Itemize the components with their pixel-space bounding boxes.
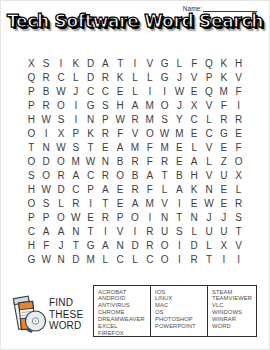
grid-cell[interactable]: A — [142, 168, 157, 182]
grid-cell[interactable]: L — [98, 252, 113, 266]
grid-cell[interactable]: E — [113, 196, 128, 210]
grid-cell[interactable]: R — [98, 70, 113, 84]
grid-cell[interactable]: E — [113, 182, 128, 196]
grid-cell[interactable]: W — [83, 154, 98, 168]
grid-cell[interactable]: I — [142, 84, 157, 98]
grid-cell[interactable]: M — [172, 126, 187, 140]
grid-cell[interactable]: R — [98, 168, 113, 182]
grid-cell[interactable]: E — [98, 140, 113, 154]
grid-cell[interactable]: N — [39, 140, 54, 154]
grid-cell[interactable]: E — [83, 210, 98, 224]
grid-cell[interactable]: V — [187, 70, 202, 84]
grid-cell[interactable]: K — [216, 56, 231, 70]
grid-cell[interactable]: V — [202, 98, 217, 112]
grid-cell[interactable]: S — [172, 224, 187, 238]
grid-cell[interactable]: K — [113, 70, 128, 84]
grid-cell[interactable]: L — [68, 70, 83, 84]
grid-cell[interactable]: P — [202, 70, 217, 84]
grid-cell[interactable]: V — [202, 140, 217, 154]
grid-cell[interactable]: R — [231, 196, 246, 210]
word-bank-item: WORD — [212, 323, 254, 330]
grid-cell[interactable]: U — [216, 224, 231, 238]
grid-cell[interactable]: Z — [216, 154, 231, 168]
grid-cell[interactable]: M — [128, 140, 143, 154]
grid-cell[interactable]: I — [39, 126, 54, 140]
grid-cell[interactable]: C — [202, 126, 217, 140]
grid-cell[interactable]: N — [187, 210, 202, 224]
find-label-line3: WORD — [49, 320, 91, 332]
grid-cell[interactable]: G — [24, 252, 39, 266]
grid-cell[interactable]: N — [157, 210, 172, 224]
grid-cell[interactable]: N — [83, 112, 98, 126]
grid-cell[interactable]: W — [157, 126, 172, 140]
grid-cell[interactable]: E — [216, 182, 231, 196]
grid-cell[interactable]: R — [187, 252, 202, 266]
grid-cell[interactable]: A — [98, 182, 113, 196]
grid-cell[interactable]: O — [24, 126, 39, 140]
grid-cell[interactable]: I — [83, 196, 98, 210]
grid-cell[interactable]: R — [98, 126, 113, 140]
grid-cell[interactable]: N — [113, 238, 128, 252]
grid-cell[interactable]: K — [68, 56, 83, 70]
grid-cell[interactable]: M — [157, 140, 172, 154]
grid-cell[interactable]: L — [231, 182, 246, 196]
grid-cell[interactable]: T — [68, 238, 83, 252]
grid-cell[interactable]: O — [54, 210, 69, 224]
grid-cell[interactable]: J — [68, 84, 83, 98]
software-box-cd-icon — [11, 293, 47, 337]
grid-cell[interactable]: O — [24, 196, 39, 210]
grid-cell[interactable]: D — [83, 70, 98, 84]
grid-cell[interactable]: V — [231, 238, 246, 252]
word-bank-item: ACROBAT — [98, 289, 148, 296]
grid-cell[interactable]: X — [231, 168, 246, 182]
grid-cell[interactable]: S — [39, 56, 54, 70]
grid-cell[interactable]: J — [216, 210, 231, 224]
grid-cell[interactable]: S — [157, 112, 172, 126]
grid-cell[interactable]: S — [68, 140, 83, 154]
grid-cell[interactable]: R — [157, 154, 172, 168]
word-bank-item: TEAMVIEWER — [212, 295, 254, 302]
grid-cell[interactable]: L — [157, 182, 172, 196]
grid-cell[interactable]: F — [231, 140, 246, 154]
grid-cell[interactable]: L — [202, 154, 217, 168]
word-bank-item: DREAMWEAVER — [98, 316, 148, 323]
grid-cell[interactable]: W — [39, 252, 54, 266]
grid-cell[interactable]: F — [187, 56, 202, 70]
grid-cell[interactable]: H — [24, 182, 39, 196]
grid-cell[interactable]: O — [157, 252, 172, 266]
find-label-line2: THESE — [49, 309, 91, 321]
word-bank-item: VLC — [212, 302, 254, 309]
grid-cell[interactable]: M — [142, 196, 157, 210]
grid-cell[interactable]: E — [216, 140, 231, 154]
grid-cell[interactable]: C — [113, 252, 128, 266]
word-bank-item: ANTIVIRUS — [98, 302, 148, 309]
word-bank: ACROBATANDROIDANTIVIRUSCHROMEDREAMWEAVER… — [93, 285, 257, 337]
grid-cell[interactable]: D — [54, 182, 69, 196]
grid-cell[interactable]: V — [113, 224, 128, 238]
grid-cell[interactable]: L — [172, 56, 187, 70]
grid-cell[interactable]: D — [68, 252, 83, 266]
grid-cell[interactable]: T — [24, 140, 39, 154]
grid-cell[interactable]: F — [142, 140, 157, 154]
grid-cell[interactable]: P — [39, 210, 54, 224]
word-bank-item: EXCEL — [98, 323, 148, 330]
grid-cell[interactable]: F — [216, 98, 231, 112]
grid-cell[interactable]: D — [39, 154, 54, 168]
grid-cell[interactable]: A — [98, 238, 113, 252]
grid-cell[interactable]: W — [202, 196, 217, 210]
grid-cell[interactable]: O — [157, 238, 172, 252]
grid-cell[interactable]: M — [83, 252, 98, 266]
grid-cell[interactable]: L — [187, 224, 202, 238]
grid-cell[interactable]: R — [128, 182, 143, 196]
grid-cell[interactable]: V — [128, 126, 143, 140]
grid-cell[interactable]: H — [113, 98, 128, 112]
grid-cell[interactable]: L — [187, 140, 202, 154]
grid-cell[interactable]: I — [68, 112, 83, 126]
grid-cell[interactable]: P — [24, 98, 39, 112]
grid-cell[interactable]: B — [39, 84, 54, 98]
grid-cell[interactable]: R — [128, 154, 143, 168]
grid-cell[interactable]: R — [142, 224, 157, 238]
grid-cell[interactable]: T — [172, 210, 187, 224]
grid-cell[interactable]: G — [157, 70, 172, 84]
grid-cell[interactable]: R — [231, 112, 246, 126]
grid-cell[interactable]: T — [83, 140, 98, 154]
grid-cell[interactable]: T — [202, 252, 217, 266]
grid-cell[interactable]: A — [172, 182, 187, 196]
word-bank-item: WINDOWS — [212, 309, 254, 316]
grid-cell[interactable]: T — [231, 224, 246, 238]
grid-cell[interactable]: P — [68, 126, 83, 140]
word-bank-item: MAC — [155, 302, 205, 309]
grid-cell[interactable]: M — [216, 84, 231, 98]
grid-cell[interactable]: Q — [202, 84, 217, 98]
grid-cell[interactable]: O — [157, 98, 172, 112]
grid-cell[interactable]: S — [24, 168, 39, 182]
word-bank-item: CHROME — [98, 309, 148, 316]
grid-cell[interactable]: O — [54, 154, 69, 168]
grid-cell[interactable]: D — [83, 56, 98, 70]
grid-cell[interactable]: N — [202, 182, 217, 196]
grid-cell[interactable]: K — [83, 126, 98, 140]
grid-cell[interactable]: F — [39, 238, 54, 252]
grid-cell[interactable]: B — [113, 154, 128, 168]
grid-cell[interactable]: K — [187, 182, 202, 196]
grid-cell[interactable]: S — [98, 98, 113, 112]
grid-cell[interactable]: S — [54, 112, 69, 126]
find-these-words-label: FIND THESE WORD — [49, 297, 91, 332]
grid-cell[interactable]: E — [113, 84, 128, 98]
grid-cell[interactable]: A — [39, 224, 54, 238]
grid-cell[interactable]: G — [83, 238, 98, 252]
grid-cell[interactable]: S — [39, 196, 54, 210]
grid-cell[interactable]: W — [39, 182, 54, 196]
grid-cell[interactable]: T — [98, 196, 113, 210]
word-bank-column-1: ACROBATANDROIDANTIVIRUSCHROMEDREAMWEAVER… — [94, 286, 151, 336]
grid-cell[interactable]: S — [231, 210, 246, 224]
word-bank-item: LINUX — [155, 295, 205, 302]
word-search-grid: XSIKDATIVGLFQKHQRCLDRKLLGJVPKVPBWJCCELII… — [24, 56, 246, 266]
grid-cell[interactable]: G — [83, 98, 98, 112]
word-bank-item: FIREFOX — [98, 330, 148, 337]
grid-cell[interactable]: O — [128, 210, 143, 224]
grid-cell[interactable]: H — [24, 238, 39, 252]
grid-cell[interactable]: V — [231, 70, 246, 84]
grid-cell[interactable]: C — [83, 168, 98, 182]
grid-cell[interactable]: A — [128, 196, 143, 210]
grid-cell[interactable]: W — [113, 112, 128, 126]
grid-cell[interactable]: L — [128, 252, 143, 266]
grid-cell[interactable]: L — [202, 238, 217, 252]
grid-cell[interactable]: I — [142, 210, 157, 224]
page-title: Tech Software Word Search — [0, 11, 270, 31]
grid-cell[interactable]: X — [24, 56, 39, 70]
grid-cell[interactable]: I — [157, 84, 172, 98]
grid-cell[interactable]: V — [202, 168, 217, 182]
word-bank-item: OS — [155, 309, 205, 316]
grid-cell[interactable]: I — [172, 252, 187, 266]
grid-cell[interactable]: A — [113, 140, 128, 154]
grid-cell[interactable]: A — [187, 154, 202, 168]
grid-cell[interactable]: P — [83, 182, 98, 196]
word-bank-item: STEAM — [212, 289, 254, 296]
grid-cell[interactable]: F — [142, 154, 157, 168]
grid-cell[interactable]: R — [54, 168, 69, 182]
grid-cell[interactable]: C — [24, 224, 39, 238]
grid-cell[interactable]: W — [172, 84, 187, 98]
grid-cell[interactable]: I — [98, 224, 113, 238]
grid-cell[interactable]: I — [128, 56, 143, 70]
grid-cell[interactable]: I — [68, 98, 83, 112]
grid-cell[interactable]: T — [157, 168, 172, 182]
grid-cell[interactable]: H — [187, 168, 202, 182]
grid-cell[interactable]: H — [24, 112, 39, 126]
word-bank-item: IOS — [155, 289, 205, 296]
grid-cell[interactable]: M — [68, 154, 83, 168]
grid-cell[interactable]: E — [187, 196, 202, 210]
grid-cell[interactable]: Y — [172, 112, 187, 126]
word-bank-item: WINRAR — [212, 316, 254, 323]
grid-cell[interactable]: E — [187, 84, 202, 98]
grid-cell[interactable]: W — [39, 112, 54, 126]
grid-cell[interactable]: C — [187, 112, 202, 126]
grid-cell[interactable]: C — [83, 84, 98, 98]
grid-cell[interactable]: R — [128, 112, 143, 126]
grid-cell[interactable]: T — [83, 224, 98, 238]
grid-cell[interactable]: M — [142, 98, 157, 112]
grid-cell[interactable]: P — [24, 84, 39, 98]
word-bank-column-3: STEAMTEAMVIEWERVLCWINDOWSWINRARWORD — [208, 286, 256, 336]
grid-cell[interactable]: N — [68, 224, 83, 238]
grid-cell[interactable]: X — [216, 238, 231, 252]
grid-cell[interactable]: E — [216, 196, 231, 210]
grid-cell[interactable]: J — [172, 70, 187, 84]
grid-cell[interactable]: D — [187, 238, 202, 252]
grid-cell[interactable]: I — [172, 238, 187, 252]
grid-cell[interactable]: I — [231, 98, 246, 112]
grid-cell[interactable]: I — [128, 224, 143, 238]
grid-cell[interactable]: T — [113, 56, 128, 70]
grid-cell[interactable]: I — [172, 196, 187, 210]
grid-cell[interactable]: W — [68, 210, 83, 224]
grid-cell[interactable]: A — [128, 98, 143, 112]
grid-cell[interactable]: F — [113, 126, 128, 140]
grid-cell[interactable]: O — [39, 168, 54, 182]
grid-cell[interactable]: E — [172, 140, 187, 154]
find-label-line1: FIND — [49, 297, 91, 309]
grid-cell[interactable]: K — [216, 70, 231, 84]
grid-cell[interactable]: L — [202, 112, 217, 126]
grid-cell[interactable]: O — [24, 154, 39, 168]
grid-cell[interactable]: R — [142, 238, 157, 252]
grid-cell[interactable]: R — [68, 196, 83, 210]
grid-cell[interactable]: F — [231, 84, 246, 98]
grid-cell[interactable]: A — [98, 56, 113, 70]
grid-cell[interactable]: E — [231, 126, 246, 140]
grid-cell[interactable]: O — [231, 154, 246, 168]
grid-cell[interactable]: D — [128, 238, 143, 252]
grid-cell[interactable]: R — [216, 112, 231, 126]
grid-cell[interactable]: C — [54, 70, 69, 84]
grid-cell[interactable]: Q — [24, 70, 39, 84]
grid-cell[interactable]: N — [54, 252, 69, 266]
grid-cell[interactable]: O — [142, 126, 157, 140]
grid-cell[interactable]: F — [142, 182, 157, 196]
grid-cell[interactable]: A — [54, 224, 69, 238]
word-bank-item: PHOTOSHOP — [155, 316, 205, 323]
grid-cell[interactable]: L — [128, 84, 143, 98]
grid-cell[interactable]: L — [142, 70, 157, 84]
grid-cell[interactable]: P — [98, 112, 113, 126]
grid-cell[interactable]: C — [68, 182, 83, 196]
grid-cell[interactable]: M — [142, 112, 157, 126]
grid-cell[interactable]: X — [187, 98, 202, 112]
grid-cell[interactable]: O — [113, 168, 128, 182]
grid-cell[interactable]: J — [172, 98, 187, 112]
grid-cell[interactable]: L — [128, 70, 143, 84]
grid-cell[interactable]: R — [98, 210, 113, 224]
grid-cell[interactable]: J — [54, 238, 69, 252]
grid-cell[interactable]: P — [113, 210, 128, 224]
grid-cell[interactable]: I — [216, 252, 231, 266]
word-bank-column-2: IOSLINUXMACOSPHOTOSHOPPOWERPOINT — [151, 286, 208, 336]
grid-cell[interactable]: P — [24, 210, 39, 224]
grid-cell[interactable]: H — [231, 56, 246, 70]
grid-cell[interactable]: J — [202, 210, 217, 224]
grid-cell[interactable]: E — [172, 154, 187, 168]
grid-cell[interactable]: W — [54, 140, 69, 154]
grid-cell[interactable]: U — [202, 224, 217, 238]
grid-cell[interactable]: G — [216, 126, 231, 140]
grid-cell[interactable]: G — [157, 56, 172, 70]
grid-cell[interactable]: E — [187, 126, 202, 140]
grid-cell[interactable]: I — [54, 56, 69, 70]
grid-cell[interactable]: O — [54, 98, 69, 112]
grid-cell[interactable]: I — [231, 252, 246, 266]
grid-cell[interactable]: C — [142, 252, 157, 266]
grid-cell[interactable]: A — [68, 168, 83, 182]
grid-cell[interactable]: X — [54, 126, 69, 140]
grid-cell[interactable]: Q — [202, 56, 217, 70]
grid-cell[interactable]: V — [157, 196, 172, 210]
word-bank-item: POWERPOINT — [155, 323, 205, 330]
grid-cell[interactable]: B — [128, 168, 143, 182]
grid-cell[interactable]: U — [216, 168, 231, 182]
worksheet-page: Name: Tech Software Word Search XSIKDATI… — [0, 0, 270, 350]
grid-cell[interactable]: B — [172, 168, 187, 182]
grid-cell[interactable]: U — [157, 224, 172, 238]
grid-cell[interactable]: C — [98, 84, 113, 98]
word-bank-item: ANDROID — [98, 295, 148, 302]
grid-cell[interactable]: L — [54, 196, 69, 210]
grid-cell[interactable]: V — [142, 56, 157, 70]
grid-cell[interactable]: W — [54, 84, 69, 98]
grid-cell[interactable]: R — [39, 70, 54, 84]
grid-cell[interactable]: R — [39, 98, 54, 112]
grid-cell[interactable]: N — [98, 154, 113, 168]
